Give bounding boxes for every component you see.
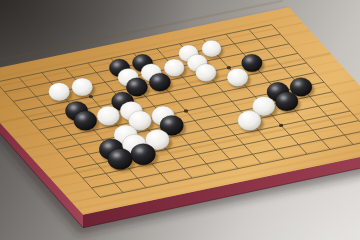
stone-highlight	[154, 77, 160, 81]
stone-white	[97, 106, 120, 125]
stone-black	[108, 148, 133, 169]
stone-black	[126, 78, 147, 96]
stone-white	[72, 78, 93, 96]
stone-white	[238, 111, 261, 131]
stone-highlight	[137, 58, 143, 62]
stone-highlight	[280, 96, 286, 100]
stone-white	[202, 40, 222, 57]
stone-highlight	[295, 82, 301, 86]
stone-white	[196, 64, 217, 82]
stone-highlight	[165, 120, 171, 124]
go-board-photo	[0, 0, 360, 240]
stone-black	[275, 92, 297, 111]
stone-white	[49, 83, 70, 101]
stone-white	[164, 59, 184, 77]
stone-highlight	[113, 153, 120, 158]
stone-black	[74, 111, 97, 131]
stone-black	[149, 73, 170, 91]
stone-highlight	[70, 106, 76, 110]
stone-white	[227, 68, 248, 86]
stone-highlight	[131, 82, 137, 86]
stone-highlight	[272, 86, 278, 90]
hoshi-point	[227, 66, 231, 69]
hoshi-point	[279, 124, 283, 127]
stone-highlight	[246, 58, 252, 62]
hoshi-point	[184, 109, 188, 112]
stone-highlight	[136, 148, 143, 153]
stone-highlight	[105, 144, 112, 149]
stone-highlight	[114, 63, 120, 67]
stone-highlight	[79, 115, 85, 119]
stone-black	[131, 144, 156, 165]
go-board	[0, 0, 360, 240]
stone-highlight	[116, 96, 122, 100]
stone-black	[242, 54, 262, 72]
